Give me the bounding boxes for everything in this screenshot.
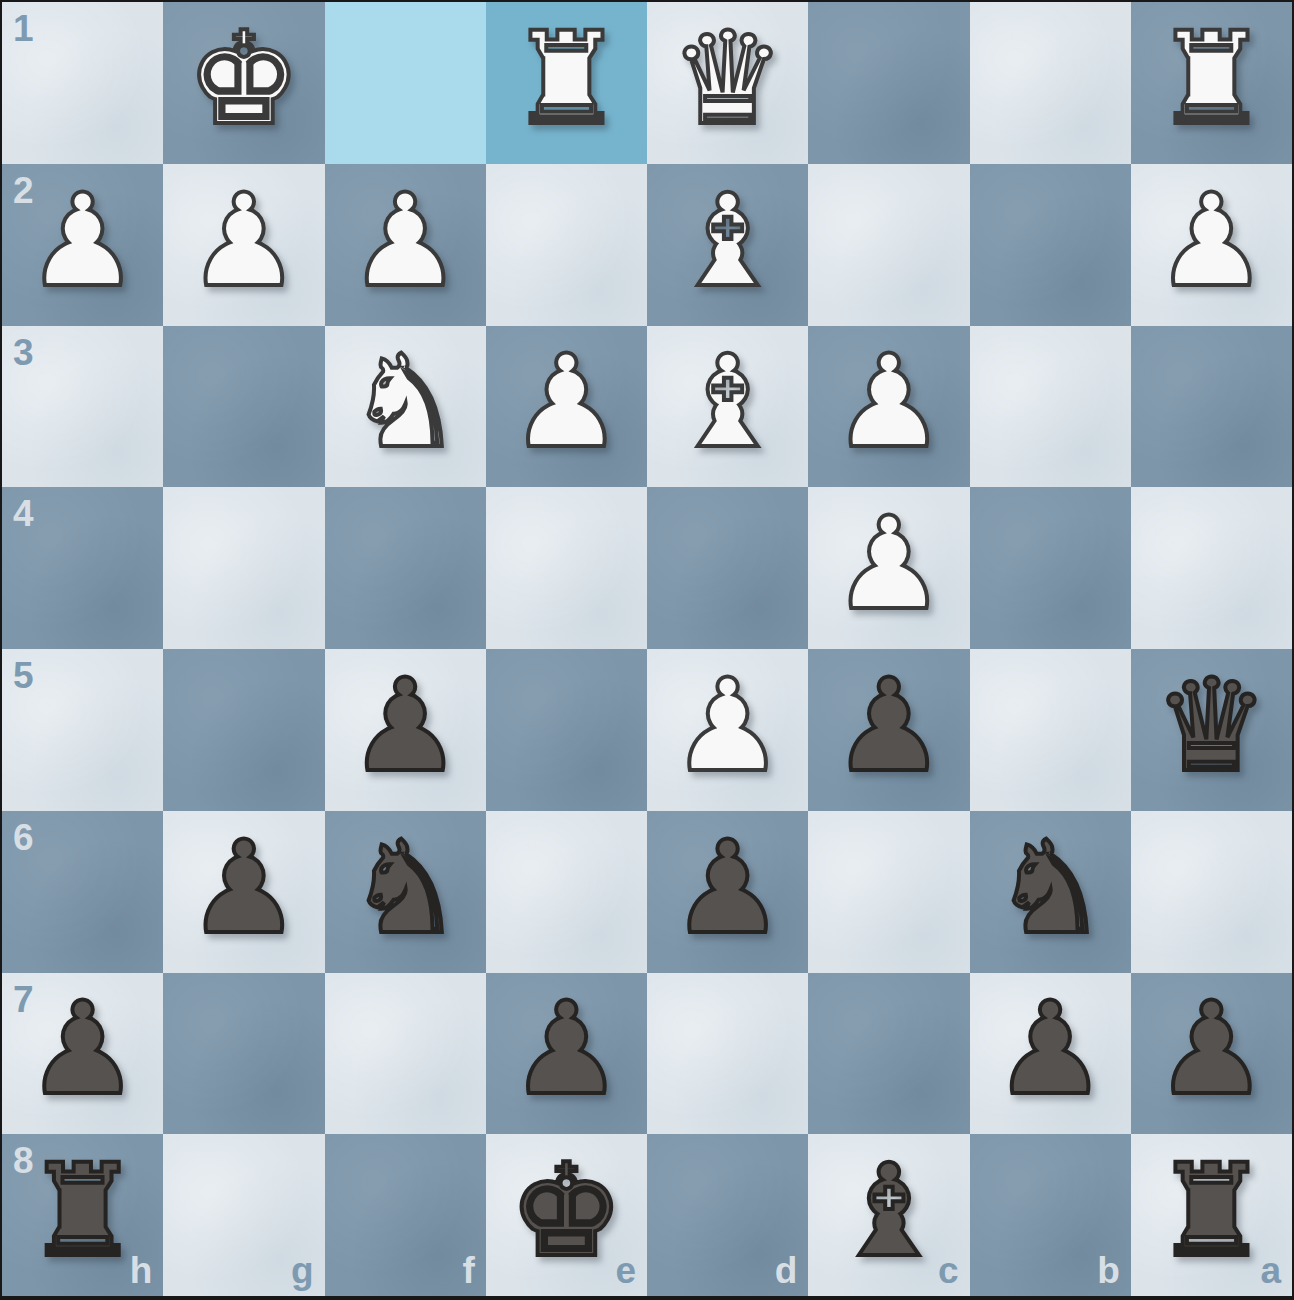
square-d8[interactable]: d: [647, 1134, 808, 1296]
square-b1[interactable]: [970, 2, 1131, 164]
square-f8[interactable]: f: [325, 1134, 486, 1296]
square-b3[interactable]: [970, 326, 1131, 488]
square-h1[interactable]: 1: [2, 2, 163, 164]
square-a5[interactable]: ♛: [1131, 649, 1292, 811]
piece-bP-a7[interactable]: ♟: [1154, 985, 1269, 1113]
square-f2[interactable]: ♟: [325, 164, 486, 326]
piece-wR-e1[interactable]: ♜: [509, 15, 624, 143]
square-g8[interactable]: g: [163, 1134, 324, 1296]
square-d3[interactable]: ♝: [647, 326, 808, 488]
square-h3[interactable]: 3: [2, 326, 163, 488]
file-label-d: d: [775, 1250, 798, 1292]
square-g7[interactable]: [163, 973, 324, 1135]
square-c3[interactable]: ♟: [808, 326, 969, 488]
square-c6[interactable]: [808, 811, 969, 973]
square-c7[interactable]: [808, 973, 969, 1135]
square-d2[interactable]: ♝: [647, 164, 808, 326]
piece-wP-g2[interactable]: ♟: [187, 177, 302, 305]
square-e3[interactable]: ♟: [486, 326, 647, 488]
square-b5[interactable]: [970, 649, 1131, 811]
file-label-g: g: [291, 1250, 314, 1292]
rank-label-1: 1: [13, 8, 34, 50]
piece-wR-a1[interactable]: ♜: [1154, 15, 1269, 143]
piece-wP-c4[interactable]: ♟: [832, 500, 947, 628]
square-f7[interactable]: [325, 973, 486, 1135]
square-d1[interactable]: ♛: [647, 2, 808, 164]
square-f3[interactable]: ♞: [325, 326, 486, 488]
square-a7[interactable]: ♟: [1131, 973, 1292, 1135]
piece-wB-d3[interactable]: ♝: [670, 338, 785, 466]
square-g3[interactable]: [163, 326, 324, 488]
square-h6[interactable]: 6: [2, 811, 163, 973]
square-e8[interactable]: e♚: [486, 1134, 647, 1296]
square-e7[interactable]: ♟: [486, 973, 647, 1135]
square-g1[interactable]: ♚: [163, 2, 324, 164]
square-a2[interactable]: ♟: [1131, 164, 1292, 326]
piece-bB-c8[interactable]: ♝: [832, 1147, 947, 1275]
square-b6[interactable]: ♞: [970, 811, 1131, 973]
piece-bP-f5[interactable]: ♟: [348, 662, 463, 790]
piece-bP-d6[interactable]: ♟: [670, 824, 785, 952]
square-g4[interactable]: [163, 487, 324, 649]
file-label-b: b: [1097, 1250, 1120, 1292]
rank-label-4: 4: [13, 493, 34, 535]
chess-board-frame: 1♚♜♛♜2♟♟♟♝♟3♞♟♝♟4♟5♟♟♟♛6♟♞♟♞7♟♟♟♟8h♜gfe♚…: [0, 0, 1294, 1300]
piece-wP-f2[interactable]: ♟: [348, 177, 463, 305]
square-e2[interactable]: [486, 164, 647, 326]
piece-wP-a2[interactable]: ♟: [1154, 177, 1269, 305]
piece-bP-g6[interactable]: ♟: [187, 824, 302, 952]
rank-label-5: 5: [13, 655, 34, 697]
piece-bN-f6[interactable]: ♞: [348, 824, 463, 952]
square-d4[interactable]: [647, 487, 808, 649]
square-h2[interactable]: 2♟: [2, 164, 163, 326]
piece-bK-e8[interactable]: ♚: [509, 1147, 624, 1275]
square-b8[interactable]: b: [970, 1134, 1131, 1296]
piece-wQ-d1[interactable]: ♛: [670, 15, 785, 143]
piece-bR-a8[interactable]: ♜: [1154, 1147, 1269, 1275]
square-b2[interactable]: [970, 164, 1131, 326]
square-g2[interactable]: ♟: [163, 164, 324, 326]
square-e6[interactable]: [486, 811, 647, 973]
square-f4[interactable]: [325, 487, 486, 649]
square-c8[interactable]: c♝: [808, 1134, 969, 1296]
square-e5[interactable]: [486, 649, 647, 811]
square-a1[interactable]: ♜: [1131, 2, 1292, 164]
piece-bP-e7[interactable]: ♟: [509, 985, 624, 1113]
square-f6[interactable]: ♞: [325, 811, 486, 973]
piece-wN-f3[interactable]: ♞: [348, 338, 463, 466]
rank-label-6: 6: [13, 817, 34, 859]
square-g5[interactable]: [163, 649, 324, 811]
square-c4[interactable]: ♟: [808, 487, 969, 649]
piece-wP-h2[interactable]: ♟: [25, 177, 140, 305]
piece-wP-e3[interactable]: ♟: [509, 338, 624, 466]
square-h8[interactable]: 8h♜: [2, 1134, 163, 1296]
square-b7[interactable]: ♟: [970, 973, 1131, 1135]
piece-bN-b6[interactable]: ♞: [993, 824, 1108, 952]
square-d6[interactable]: ♟: [647, 811, 808, 973]
square-f1[interactable]: [325, 2, 486, 164]
square-d7[interactable]: [647, 973, 808, 1135]
square-h7[interactable]: 7♟: [2, 973, 163, 1135]
piece-wB-d2[interactable]: ♝: [670, 177, 785, 305]
square-c1[interactable]: [808, 2, 969, 164]
piece-wP-d5[interactable]: ♟: [670, 662, 785, 790]
square-c2[interactable]: [808, 164, 969, 326]
square-d5[interactable]: ♟: [647, 649, 808, 811]
square-a3[interactable]: [1131, 326, 1292, 488]
square-h5[interactable]: 5: [2, 649, 163, 811]
piece-bP-c5[interactable]: ♟: [832, 662, 947, 790]
square-e4[interactable]: [486, 487, 647, 649]
square-a8[interactable]: a♜: [1131, 1134, 1292, 1296]
square-a4[interactable]: [1131, 487, 1292, 649]
square-g6[interactable]: ♟: [163, 811, 324, 973]
square-f5[interactable]: ♟: [325, 649, 486, 811]
square-a6[interactable]: [1131, 811, 1292, 973]
piece-bP-h7[interactable]: ♟: [25, 985, 140, 1113]
square-c5[interactable]: ♟: [808, 649, 969, 811]
chess-board: 1♚♜♛♜2♟♟♟♝♟3♞♟♝♟4♟5♟♟♟♛6♟♞♟♞7♟♟♟♟8h♜gfe♚…: [2, 2, 1292, 1296]
piece-wK-g1[interactable]: ♚: [187, 15, 302, 143]
square-b4[interactable]: [970, 487, 1131, 649]
piece-wP-c3[interactable]: ♟: [832, 338, 947, 466]
piece-bQ-a5[interactable]: ♛: [1154, 662, 1269, 790]
square-e1[interactable]: ♜: [486, 2, 647, 164]
piece-bR-h8[interactable]: ♜: [25, 1147, 140, 1275]
file-label-f: f: [462, 1250, 474, 1292]
piece-bP-b7[interactable]: ♟: [993, 985, 1108, 1113]
square-h4[interactable]: 4: [2, 487, 163, 649]
rank-label-3: 3: [13, 332, 34, 374]
